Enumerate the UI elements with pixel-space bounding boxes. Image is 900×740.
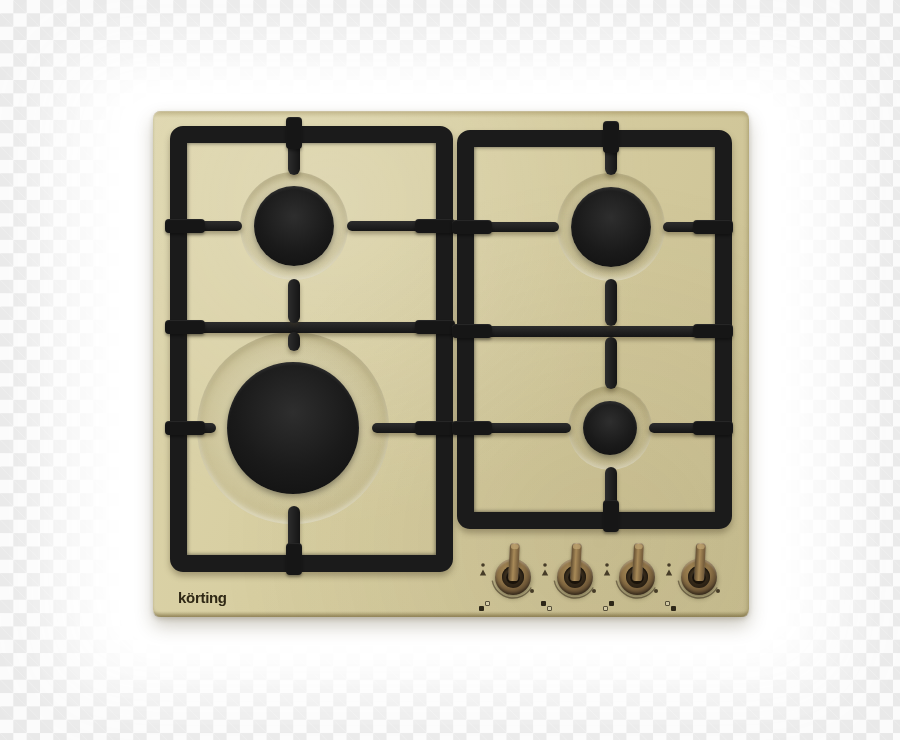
burner-position-icon (665, 601, 676, 611)
control-knob-front-right (659, 537, 739, 617)
grate-frame-left (170, 126, 453, 572)
grate-finger (415, 219, 455, 233)
grate-finger (452, 324, 492, 338)
grate-finger (693, 421, 733, 435)
grate-bar (605, 337, 617, 389)
grate-finger (452, 421, 492, 435)
grate-finger (165, 219, 205, 233)
knob-lever (508, 543, 520, 581)
burner-position-icon (479, 601, 490, 611)
grate-finger (165, 320, 205, 334)
transparent-checkerboard-background: körting (0, 0, 900, 740)
burner-position-icon (541, 601, 552, 611)
grate-finger (415, 320, 455, 334)
grate-finger (286, 117, 302, 149)
grate-bar (288, 332, 300, 351)
grate-finger (165, 421, 205, 435)
grate-finger (603, 121, 619, 153)
knob-lever (694, 543, 706, 581)
grate-finger (693, 220, 733, 234)
knob-lever (632, 543, 644, 581)
grate-finger (693, 324, 733, 338)
grate-finger (286, 543, 302, 575)
grate-finger (452, 220, 492, 234)
gas-cooktop-panel: körting (153, 111, 749, 617)
grate-bar (474, 326, 715, 337)
grate-finger (415, 421, 455, 435)
grate-bar (183, 322, 436, 333)
knob-lever (570, 543, 582, 581)
burner-position-icon (603, 601, 614, 611)
brand-logo: körting (178, 589, 227, 605)
grate-finger (603, 500, 619, 532)
grate-bar (605, 279, 617, 326)
grate-bar (288, 279, 300, 323)
